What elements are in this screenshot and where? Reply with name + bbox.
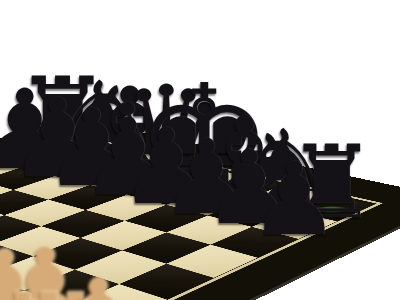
felt-base (277, 222, 311, 230)
felt-base (232, 211, 267, 219)
chess-set-photo: ♜♞♝♛♚♝♞♜♟♟♟♟♟♟♟♟♟♟♜♟ (0, 0, 400, 300)
